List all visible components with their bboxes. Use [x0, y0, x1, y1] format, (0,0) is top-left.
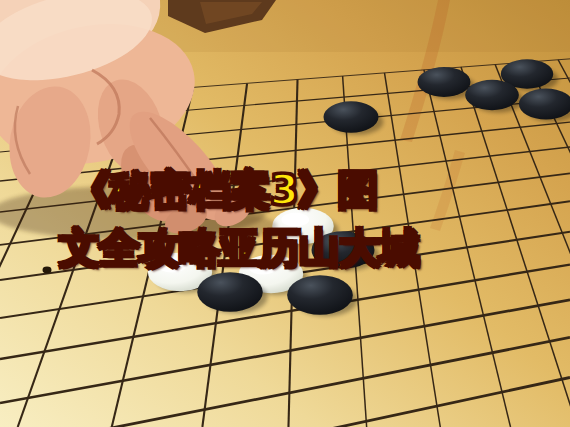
caption-line-1: 《秘密档案3》图	[70, 169, 378, 212]
black-stone	[418, 67, 471, 97]
black-stone	[287, 275, 353, 315]
black-stone	[197, 272, 263, 311]
caption-line-2: 文全攻略亚历山大城	[59, 227, 419, 270]
go-board-photo: 《秘密档案3》图 文全攻略亚历山大城	[0, 0, 570, 427]
black-stone	[465, 80, 519, 110]
black-stone	[323, 101, 378, 132]
star-point	[43, 267, 52, 274]
